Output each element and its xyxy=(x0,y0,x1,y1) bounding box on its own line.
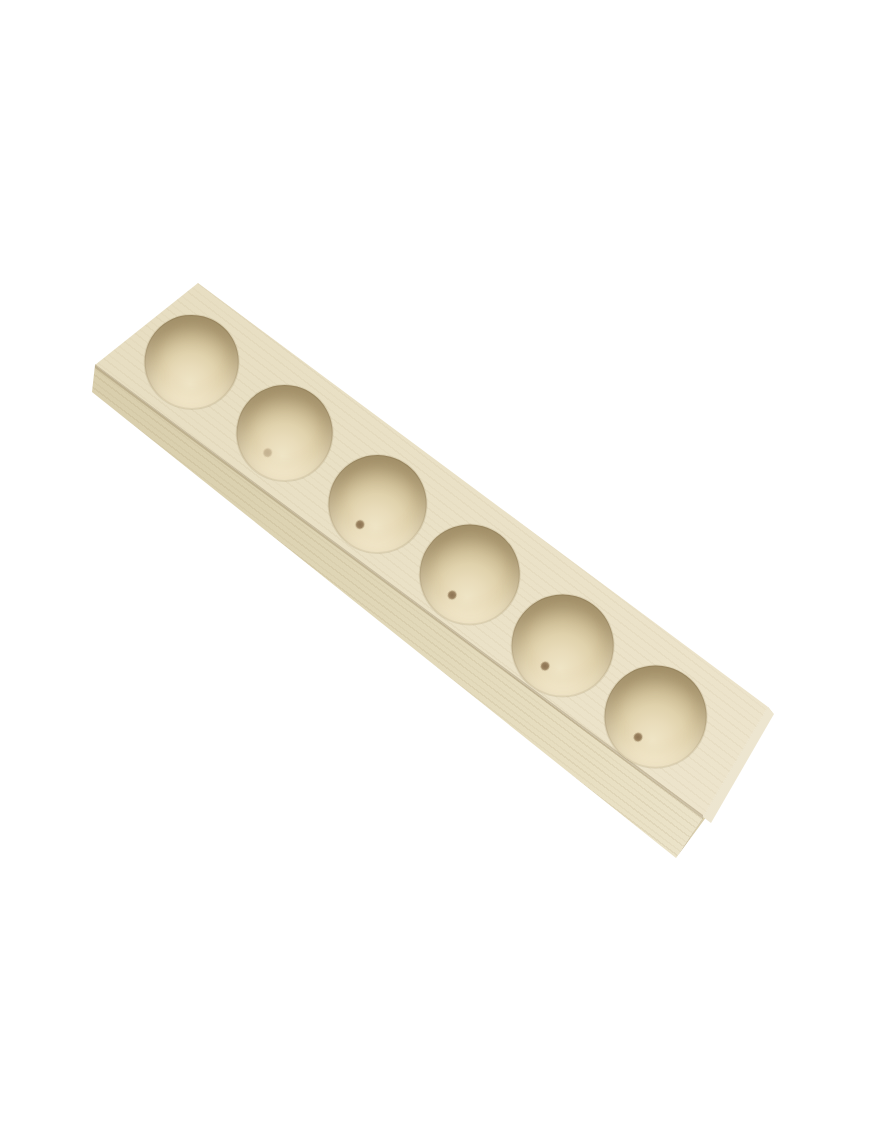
wood-knot-icon xyxy=(446,589,459,602)
mancala-board xyxy=(112,283,735,796)
wood-knot-icon xyxy=(538,660,551,673)
wood-knot-icon xyxy=(631,731,644,744)
pit-2[interactable] xyxy=(217,366,352,501)
pit-1[interactable] xyxy=(126,296,258,428)
product-photo-canvas xyxy=(0,0,870,1131)
wood-knot-icon xyxy=(353,517,366,530)
wood-knot-icon xyxy=(261,446,274,459)
